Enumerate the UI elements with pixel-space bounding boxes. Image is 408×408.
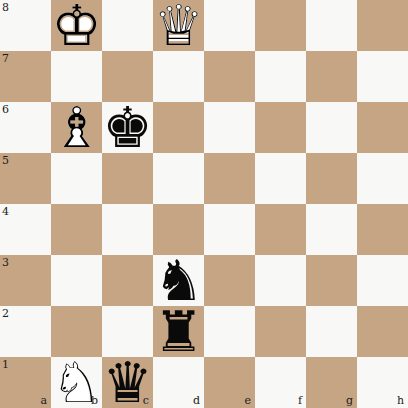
- white-king-glyph: ♔: [51, 0, 102, 51]
- square-f2[interactable]: [255, 306, 306, 357]
- rank-label-4: 4: [2, 206, 9, 217]
- rank-label-2: 2: [2, 308, 9, 319]
- square-e7[interactable]: [204, 51, 255, 102]
- square-e8[interactable]: [204, 0, 255, 51]
- file-label-g: g: [346, 395, 353, 406]
- square-g3[interactable]: [306, 255, 357, 306]
- square-b8[interactable]: ♚♔: [51, 0, 102, 51]
- white-queen: ♛♕: [153, 0, 204, 51]
- file-label-b: b: [91, 395, 98, 406]
- square-g6[interactable]: [306, 102, 357, 153]
- black-rook: ♜: [153, 306, 204, 357]
- square-e4[interactable]: [204, 204, 255, 255]
- square-a3[interactable]: 3: [0, 255, 51, 306]
- square-b3[interactable]: [51, 255, 102, 306]
- square-h4[interactable]: [357, 204, 408, 255]
- square-h8[interactable]: [357, 0, 408, 51]
- black-king-glyph: ♚: [102, 102, 153, 153]
- file-label-e: e: [244, 395, 251, 406]
- chess-board: 8♚♔♛♕76♝♗♚543♞2♜1ab♞♘c♛defgh: [0, 0, 408, 408]
- square-c5[interactable]: [102, 153, 153, 204]
- square-h1[interactable]: h: [357, 357, 408, 408]
- square-c3[interactable]: [102, 255, 153, 306]
- square-a4[interactable]: 4: [0, 204, 51, 255]
- square-h6[interactable]: [357, 102, 408, 153]
- square-f6[interactable]: [255, 102, 306, 153]
- square-a1[interactable]: 1a: [0, 357, 51, 408]
- square-c1[interactable]: c♛: [102, 357, 153, 408]
- square-c4[interactable]: [102, 204, 153, 255]
- file-label-d: d: [193, 395, 200, 406]
- rank-label-5: 5: [2, 155, 9, 166]
- square-f7[interactable]: [255, 51, 306, 102]
- black-rook-glyph: ♜: [153, 306, 204, 357]
- square-e3[interactable]: [204, 255, 255, 306]
- square-d7[interactable]: [153, 51, 204, 102]
- rank-label-3: 3: [2, 257, 9, 268]
- square-f1[interactable]: f: [255, 357, 306, 408]
- square-f3[interactable]: [255, 255, 306, 306]
- file-label-h: h: [397, 395, 404, 406]
- square-g1[interactable]: g: [306, 357, 357, 408]
- square-e5[interactable]: [204, 153, 255, 204]
- black-king: ♚: [102, 102, 153, 153]
- file-label-c: c: [143, 395, 149, 406]
- rank-label-6: 6: [2, 104, 9, 115]
- square-e6[interactable]: [204, 102, 255, 153]
- square-h5[interactable]: [357, 153, 408, 204]
- square-a5[interactable]: 5: [0, 153, 51, 204]
- square-d6[interactable]: [153, 102, 204, 153]
- square-g8[interactable]: [306, 0, 357, 51]
- square-c6[interactable]: ♚: [102, 102, 153, 153]
- white-queen-glyph: ♕: [153, 0, 204, 51]
- white-king: ♚♔: [51, 0, 102, 51]
- square-e1[interactable]: e: [204, 357, 255, 408]
- square-d1[interactable]: d: [153, 357, 204, 408]
- square-a6[interactable]: 6: [0, 102, 51, 153]
- square-d5[interactable]: [153, 153, 204, 204]
- square-b4[interactable]: [51, 204, 102, 255]
- square-h7[interactable]: [357, 51, 408, 102]
- rank-label-8: 8: [2, 2, 9, 13]
- square-d8[interactable]: ♛♕: [153, 0, 204, 51]
- square-g5[interactable]: [306, 153, 357, 204]
- square-e2[interactable]: [204, 306, 255, 357]
- square-d2[interactable]: ♜: [153, 306, 204, 357]
- square-f8[interactable]: [255, 0, 306, 51]
- square-f4[interactable]: [255, 204, 306, 255]
- square-f5[interactable]: [255, 153, 306, 204]
- square-b5[interactable]: [51, 153, 102, 204]
- file-label-f: f: [298, 395, 302, 406]
- square-b6[interactable]: ♝♗: [51, 102, 102, 153]
- square-a8[interactable]: 8: [0, 0, 51, 51]
- square-g2[interactable]: [306, 306, 357, 357]
- square-h2[interactable]: [357, 306, 408, 357]
- square-b1[interactable]: b♞♘: [51, 357, 102, 408]
- rank-label-1: 1: [2, 359, 9, 370]
- rank-label-7: 7: [2, 53, 9, 64]
- white-bishop: ♝♗: [51, 102, 102, 153]
- square-g7[interactable]: [306, 51, 357, 102]
- square-h3[interactable]: [357, 255, 408, 306]
- square-a2[interactable]: 2: [0, 306, 51, 357]
- square-c8[interactable]: [102, 0, 153, 51]
- square-g4[interactable]: [306, 204, 357, 255]
- white-bishop-glyph: ♗: [51, 102, 102, 153]
- file-label-a: a: [40, 395, 47, 406]
- square-a7[interactable]: 7: [0, 51, 51, 102]
